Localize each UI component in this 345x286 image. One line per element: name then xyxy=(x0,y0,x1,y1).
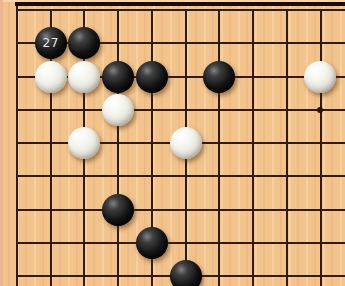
white-stone xyxy=(304,61,336,93)
grid-line-vertical xyxy=(286,9,288,286)
grid-line-horizontal xyxy=(16,209,345,211)
grid-line-horizontal xyxy=(16,109,345,111)
white-stone xyxy=(170,127,202,159)
grid-line-horizontal xyxy=(16,9,345,11)
grid-line-vertical xyxy=(117,9,119,286)
white-stone xyxy=(35,61,67,93)
black-stone xyxy=(203,61,235,93)
move-number-label: 27 xyxy=(43,37,59,49)
board-top-edge-band xyxy=(15,2,345,6)
black-stone xyxy=(102,61,134,93)
star-point xyxy=(317,107,323,113)
grid-line-horizontal xyxy=(16,242,345,244)
white-stone xyxy=(68,61,100,93)
grid-line-vertical xyxy=(218,9,220,286)
white-stone xyxy=(102,94,134,126)
black-stone: 27 xyxy=(35,27,67,59)
black-stone xyxy=(68,27,100,59)
black-stone xyxy=(102,194,134,226)
go-board[interactable]: 27 xyxy=(0,0,345,286)
grid-line-vertical xyxy=(252,9,254,286)
board-left-edge-strip xyxy=(0,0,3,286)
grid-line-horizontal xyxy=(16,175,345,177)
black-stone xyxy=(136,61,168,93)
black-stone xyxy=(136,227,168,259)
grid-line-vertical xyxy=(320,9,322,286)
black-stone xyxy=(170,260,202,286)
grid-line-vertical xyxy=(16,5,18,286)
white-stone xyxy=(68,127,100,159)
